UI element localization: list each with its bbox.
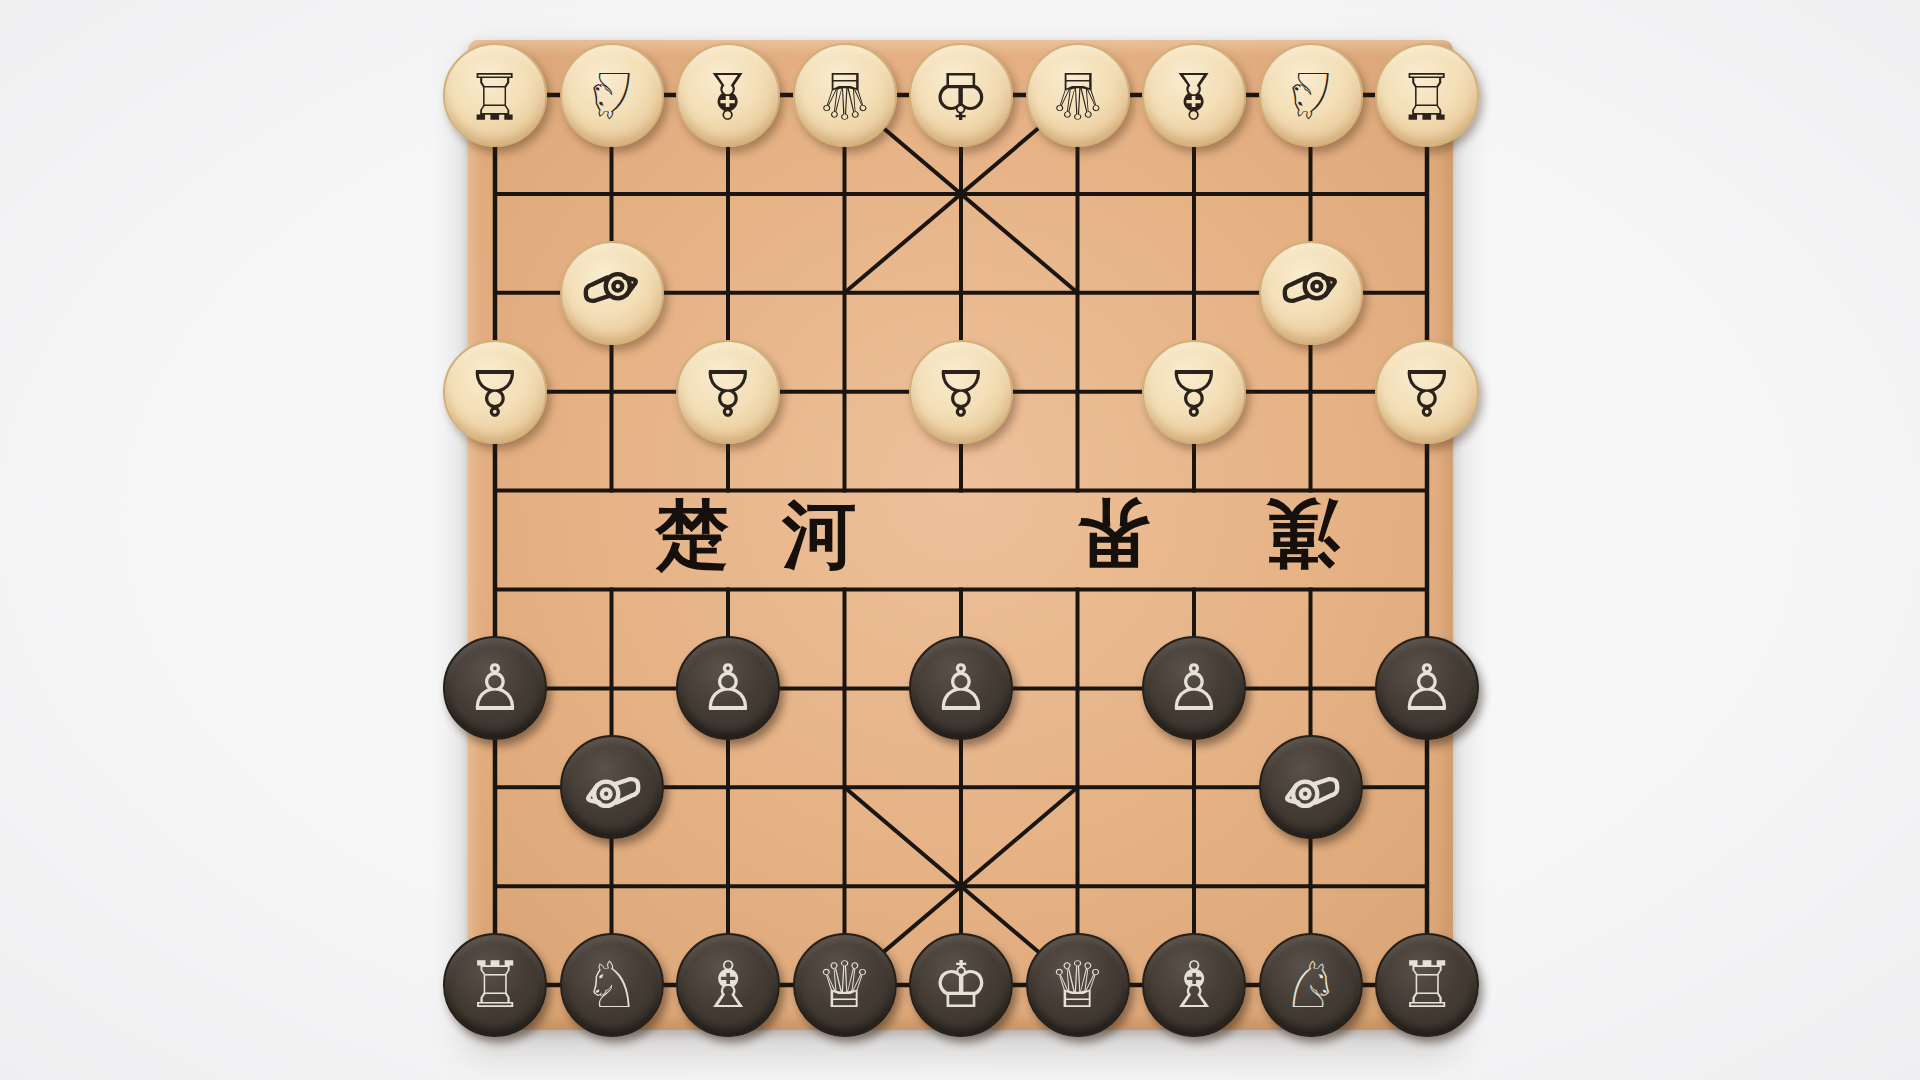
piece-dark-horse-f2r10[interactable]: ♘ [560, 933, 664, 1037]
piece-light-rook-f9r1[interactable]: ♖ [1375, 43, 1479, 147]
elephant-icon: ♗ [699, 63, 756, 127]
piece-dark-advisor-f4r10[interactable]: ♕ [793, 933, 897, 1037]
piece-dark-soldier-f1r7[interactable]: ♙ [443, 636, 547, 740]
soldier-icon: ♙ [1398, 656, 1455, 720]
soldier-icon: ♙ [466, 360, 523, 424]
piece-dark-elephant-f3r10[interactable]: ♗ [676, 933, 780, 1037]
piece-dark-cannon-f8r8[interactable] [1259, 735, 1363, 839]
xiangqi-board[interactable]: 楚河漢界 ♖♘♗♕♔♕♗♘♖ ♙♙♙♙♙♙♙♙♙♙ [468, 40, 1453, 1030]
river-text-left-char: 楚 [655, 497, 729, 571]
piece-dark-rook-f9r10[interactable]: ♖ [1375, 933, 1479, 1037]
piece-dark-horse-f8r10[interactable]: ♘ [1259, 933, 1363, 1037]
piece-light-king-f5r1[interactable]: ♔ [909, 43, 1013, 147]
elephant-icon: ♗ [1165, 953, 1222, 1017]
piece-light-advisor-f4r1[interactable]: ♕ [793, 43, 897, 147]
soldier-icon: ♙ [1165, 360, 1222, 424]
piece-light-elephant-f7r1[interactable]: ♗ [1142, 43, 1246, 147]
piece-dark-soldier-f3r7[interactable]: ♙ [676, 636, 780, 740]
whistle-icon [581, 262, 643, 324]
rook-icon: ♖ [466, 63, 523, 127]
river-text-right-char-rotated: 漢 [1266, 497, 1340, 571]
piece-light-cannon-f2r3[interactable] [560, 241, 664, 345]
piece-light-soldier-f1r4[interactable]: ♙ [443, 340, 547, 444]
soldier-icon: ♙ [699, 656, 756, 720]
piece-dark-king-f5r10[interactable]: ♔ [909, 933, 1013, 1037]
piece-dark-soldier-f5r7[interactable]: ♙ [909, 636, 1013, 740]
horse-icon: ♘ [1282, 953, 1339, 1017]
scene: 楚河漢界 ♖♘♗♕♔♕♗♘♖ ♙♙♙♙♙♙♙♙♙♙ [0, 0, 1920, 1080]
horse-icon: ♘ [583, 63, 640, 127]
piece-dark-rook-f1r10[interactable]: ♖ [443, 933, 547, 1037]
rook-icon: ♖ [1398, 63, 1455, 127]
soldier-icon: ♙ [1398, 360, 1455, 424]
piece-light-elephant-f3r1[interactable]: ♗ [676, 43, 780, 147]
soldier-icon: ♙ [699, 360, 756, 424]
piece-light-rook-f1r1[interactable]: ♖ [443, 43, 547, 147]
king-icon: ♔ [932, 63, 989, 127]
advisor-icon: ♕ [816, 953, 873, 1017]
piece-light-soldier-f5r4[interactable]: ♙ [909, 340, 1013, 444]
piece-light-advisor-f6r1[interactable]: ♕ [1026, 43, 1130, 147]
piece-dark-soldier-f9r7[interactable]: ♙ [1375, 636, 1479, 740]
soldier-icon: ♙ [466, 656, 523, 720]
whistle-icon [1280, 262, 1342, 324]
elephant-icon: ♗ [1165, 63, 1222, 127]
rook-icon: ♖ [466, 953, 523, 1017]
soldier-icon: ♙ [932, 360, 989, 424]
piece-dark-cannon-f2r8[interactable] [560, 735, 664, 839]
advisor-icon: ♕ [816, 63, 873, 127]
piece-dark-advisor-f6r10[interactable]: ♕ [1026, 933, 1130, 1037]
horse-icon: ♘ [1282, 63, 1339, 127]
horse-icon: ♘ [583, 953, 640, 1017]
piece-light-cannon-f8r3[interactable] [1259, 241, 1363, 345]
whistle-icon [581, 756, 643, 818]
river-text-left-char: 河 [782, 497, 856, 571]
piece-light-horse-f2r1[interactable]: ♘ [560, 43, 664, 147]
piece-light-soldier-f7r4[interactable]: ♙ [1142, 340, 1246, 444]
elephant-icon: ♗ [699, 953, 756, 1017]
advisor-icon: ♕ [1049, 953, 1106, 1017]
rook-icon: ♖ [1398, 953, 1455, 1017]
advisor-icon: ♕ [1049, 63, 1106, 127]
river-text-right-char-rotated: 界 [1076, 497, 1150, 571]
piece-light-horse-f8r1[interactable]: ♘ [1259, 43, 1363, 147]
piece-light-soldier-f9r4[interactable]: ♙ [1375, 340, 1479, 444]
soldier-icon: ♙ [932, 656, 989, 720]
piece-dark-elephant-f7r10[interactable]: ♗ [1142, 933, 1246, 1037]
soldier-icon: ♙ [1165, 656, 1222, 720]
piece-dark-soldier-f7r7[interactable]: ♙ [1142, 636, 1246, 740]
piece-light-soldier-f3r4[interactable]: ♙ [676, 340, 780, 444]
whistle-icon [1280, 756, 1342, 818]
king-icon: ♔ [932, 953, 989, 1017]
